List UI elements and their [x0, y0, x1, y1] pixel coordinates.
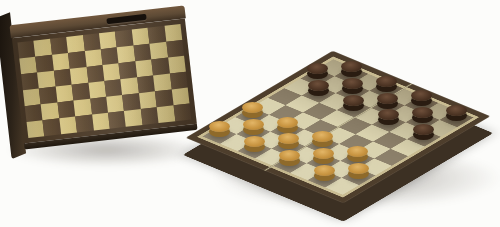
case-pattern-square: [88, 81, 106, 99]
case-pattern-square: [72, 83, 90, 101]
case-pattern-square: [104, 79, 122, 97]
case-pattern-square: [23, 88, 41, 106]
case-front-face: [12, 18, 197, 143]
case-pattern-square: [39, 87, 57, 105]
case-pattern-square: [25, 104, 43, 122]
case-pattern-square: [122, 93, 140, 111]
case-pattern-square: [119, 61, 137, 79]
case-pattern-square: [21, 73, 39, 91]
case-pattern-square: [168, 56, 186, 74]
case-pattern-square: [27, 120, 45, 138]
case-pattern-square: [153, 74, 171, 92]
case-pattern-square: [135, 60, 153, 78]
case-pattern-square: [164, 24, 182, 42]
case-pattern-square: [75, 115, 93, 133]
case-pattern-square: [139, 91, 157, 109]
case-pattern-square: [17, 41, 35, 59]
case-pattern-square: [155, 89, 173, 107]
case-pattern-square: [54, 69, 72, 87]
case-pattern-square: [37, 71, 55, 89]
case-pattern-square: [99, 31, 117, 49]
case-pattern-square: [90, 97, 108, 115]
case-pattern-square: [43, 118, 61, 136]
case-pattern-square: [34, 39, 52, 57]
case-pattern-square: [36, 55, 54, 73]
case-pattern-square: [56, 85, 74, 103]
case-pattern-square: [92, 113, 110, 131]
case-pattern-square: [83, 33, 101, 51]
case-pattern-square: [50, 37, 68, 55]
case-pattern-square: [151, 58, 169, 76]
case-pattern-square: [57, 101, 75, 119]
case-pattern-square: [170, 72, 188, 90]
case-pattern-square: [173, 103, 191, 121]
case-pattern-square: [133, 44, 151, 62]
case-pattern-square: [41, 102, 59, 120]
case-pattern-square: [141, 107, 159, 125]
case-pattern-square: [101, 47, 119, 65]
case-pattern-square: [115, 30, 133, 48]
case-pattern-square: [106, 95, 124, 113]
case-pattern-square: [66, 35, 84, 53]
case-pattern-square: [84, 49, 102, 67]
case-pattern-square: [124, 109, 142, 127]
case-checker-pattern: [17, 24, 191, 138]
case-pattern-square: [19, 57, 37, 75]
case-pattern-square: [59, 116, 77, 134]
case-pattern-square: [103, 63, 121, 81]
case-pattern-square: [166, 40, 184, 58]
case-pattern-square: [74, 99, 92, 117]
closed-case: [9, 5, 198, 149]
product-photo-stage: [0, 0, 500, 227]
case-pattern-square: [171, 88, 189, 106]
case-pattern-square: [150, 42, 168, 60]
case-pattern-square: [52, 53, 70, 71]
case-pattern-square: [157, 105, 175, 123]
case-pattern-square: [137, 75, 155, 93]
case-pattern-square: [132, 28, 150, 46]
case-pattern-square: [117, 45, 135, 63]
case-pattern-square: [108, 111, 126, 129]
case-pattern-square: [86, 65, 104, 83]
case-pattern-square: [68, 51, 86, 69]
case-pattern-square: [148, 26, 166, 44]
case-pattern-square: [121, 77, 139, 95]
case-pattern-square: [70, 67, 88, 85]
